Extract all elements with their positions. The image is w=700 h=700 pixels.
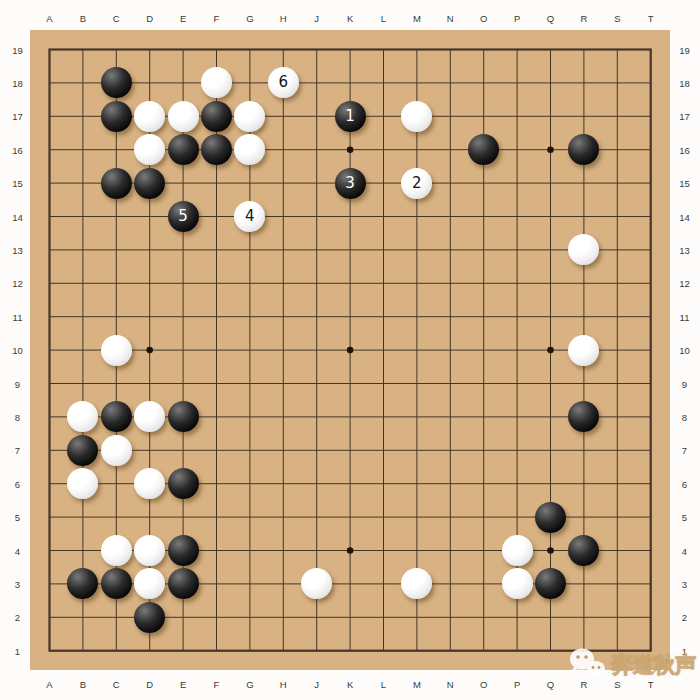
row-label: 2: [15, 612, 20, 623]
column-label: M: [413, 679, 421, 690]
row-label: 14: [12, 211, 23, 222]
stone-white-D17: [134, 101, 165, 132]
row-label: 4: [15, 545, 20, 556]
column-label: D: [146, 679, 153, 690]
column-label: M: [413, 12, 421, 23]
stone-black-K17: 1: [335, 101, 366, 132]
row-label: 2: [682, 612, 687, 623]
column-label: A: [46, 679, 52, 690]
stone-white-R10: [568, 335, 599, 366]
go-diagram-page: ABCDEFGHJKLMNOPQRST ABCDEFGHJKLMNOPQRST …: [0, 0, 700, 700]
column-label: H: [280, 12, 287, 23]
stone-black-C8: [101, 401, 132, 432]
stone-black-F16: [201, 134, 232, 165]
column-label: E: [180, 12, 186, 23]
column-label: T: [648, 12, 654, 23]
row-label: 15: [679, 178, 690, 189]
stone-black-E3: [168, 568, 199, 599]
column-label: D: [146, 12, 153, 23]
row-label: 10: [12, 345, 23, 356]
stone-white-P4: [502, 535, 533, 566]
row-label: 18: [12, 77, 23, 88]
stone-white-G17: [234, 101, 265, 132]
row-label: 11: [680, 311, 690, 322]
row-label: 9: [682, 378, 687, 389]
row-label: 13: [12, 244, 23, 255]
stone-black-E16: [168, 134, 199, 165]
row-label: 17: [12, 111, 23, 122]
watermark: 弈道秋声: [568, 646, 696, 684]
row-label: 12: [12, 278, 23, 289]
move-number: 1: [345, 109, 355, 124]
row-label: 15: [12, 178, 23, 189]
stone-black-B7: [67, 435, 98, 466]
row-label: 5: [682, 512, 687, 523]
watermark-text: 弈道秋声: [612, 651, 696, 679]
row-label: 6: [15, 478, 20, 489]
row-label: 13: [679, 244, 690, 255]
row-label: 3: [682, 578, 687, 589]
column-label: J: [314, 679, 319, 690]
wechat-logo-icon: [568, 646, 610, 684]
stone-white-M17: [401, 101, 432, 132]
move-number: 2: [412, 176, 422, 191]
stone-black-E8: [168, 401, 199, 432]
row-label: 17: [679, 111, 690, 122]
row-label: 1: [15, 645, 20, 656]
row-label: 3: [15, 578, 20, 589]
column-label: H: [280, 679, 287, 690]
column-label: L: [381, 12, 386, 23]
column-label: O: [480, 12, 487, 23]
column-label: A: [46, 12, 52, 23]
move-number: 4: [245, 209, 255, 224]
stone-white-D4: [134, 535, 165, 566]
stone-white-C7: [101, 435, 132, 466]
column-label: S: [614, 12, 620, 23]
column-label: Q: [547, 12, 554, 23]
row-label: 6: [682, 478, 687, 489]
column-label: C: [113, 12, 120, 23]
row-label: 10: [679, 345, 690, 356]
stone-black-C17: [101, 101, 132, 132]
column-label: B: [80, 12, 86, 23]
stone-black-K15: 3: [335, 168, 366, 199]
move-number: 6: [279, 75, 289, 90]
stone-white-C4: [101, 535, 132, 566]
stone-white-M15: 2: [401, 168, 432, 199]
row-label: 16: [12, 144, 23, 155]
column-label: K: [347, 679, 353, 690]
stone-black-D2: [134, 602, 165, 633]
column-label: B: [80, 679, 86, 690]
row-label: 14: [679, 211, 690, 222]
row-label: 12: [679, 278, 690, 289]
column-label: F: [214, 679, 220, 690]
stone-black-E4: [168, 535, 199, 566]
row-label: 19: [12, 44, 23, 55]
row-label: 19: [679, 44, 690, 55]
column-label: P: [514, 12, 520, 23]
row-label: 16: [679, 144, 690, 155]
row-label: 7: [15, 445, 20, 456]
column-label: P: [514, 679, 520, 690]
column-label: J: [314, 12, 319, 23]
stone-black-Q5: [535, 502, 566, 533]
stone-white-C10: [101, 335, 132, 366]
column-label: N: [447, 679, 454, 690]
stone-black-D15: [134, 168, 165, 199]
row-label: 9: [15, 378, 20, 389]
row-label: 8: [682, 411, 687, 422]
column-label: Q: [547, 679, 554, 690]
column-label: K: [347, 12, 353, 23]
stone-black-F17: [201, 101, 232, 132]
column-label: G: [246, 12, 253, 23]
row-label: 18: [679, 77, 690, 88]
row-label: 7: [682, 445, 687, 456]
column-label: F: [214, 12, 220, 23]
stone-white-P3: [502, 568, 533, 599]
column-label: R: [580, 12, 587, 23]
column-label: O: [480, 679, 487, 690]
row-label: 8: [15, 411, 20, 422]
column-label: G: [246, 679, 253, 690]
stone-white-E17: [168, 101, 199, 132]
stone-black-E14: 5: [168, 201, 199, 232]
row-label: 5: [15, 512, 20, 523]
stone-white-H18: 6: [268, 67, 299, 98]
row-label: 4: [682, 545, 687, 556]
move-number: 5: [178, 209, 188, 224]
stone-black-C3: [101, 568, 132, 599]
stone-black-C18: [101, 67, 132, 98]
move-number: 3: [345, 176, 355, 191]
row-label: 11: [13, 311, 23, 322]
column-label: N: [447, 12, 454, 23]
stone-black-C15: [101, 168, 132, 199]
column-label: L: [381, 679, 386, 690]
column-label: C: [113, 679, 120, 690]
stone-black-E6: [168, 468, 199, 499]
column-label: E: [180, 679, 186, 690]
